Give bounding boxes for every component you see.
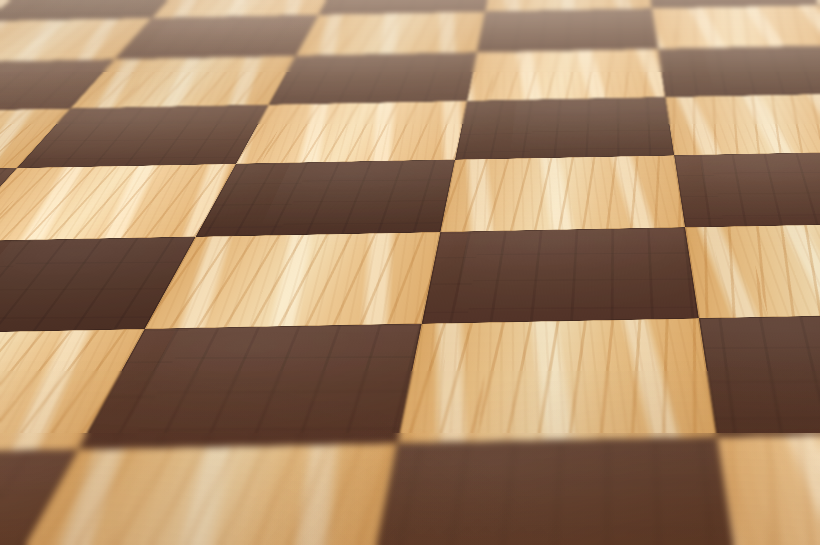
board-square	[665, 93, 820, 155]
board-square	[422, 227, 699, 323]
board-square	[658, 45, 820, 97]
board-square	[455, 97, 674, 160]
board-square	[674, 151, 820, 227]
board-square	[685, 223, 820, 319]
board-square	[717, 431, 820, 545]
board-square	[296, 12, 485, 56]
board-square	[236, 101, 467, 164]
board-square	[269, 52, 477, 104]
board-square	[196, 160, 455, 237]
perspective-wrapper	[0, 0, 820, 545]
board-square	[699, 313, 820, 437]
board-square	[397, 318, 716, 443]
chessboard	[0, 0, 820, 545]
board-square	[364, 437, 741, 545]
board-square	[440, 155, 685, 232]
chessboard-photo	[0, 0, 820, 545]
board-square	[477, 8, 658, 52]
board-square	[467, 49, 665, 101]
board-square	[652, 5, 820, 49]
